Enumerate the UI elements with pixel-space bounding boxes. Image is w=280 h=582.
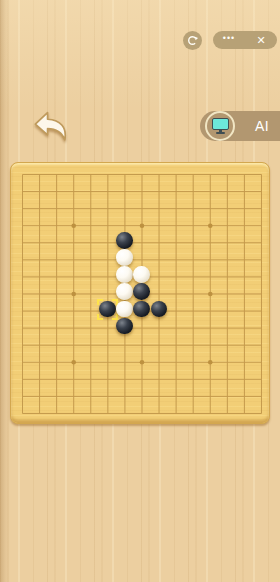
- more-icon: •••: [223, 34, 235, 43]
- stone-white: [133, 266, 150, 283]
- last-move-marker: [97, 299, 118, 320]
- app-screen: ••• ✕ AI: [0, 0, 280, 582]
- stone-white: [116, 283, 133, 300]
- ai-toggle[interactable]: AI: [200, 111, 280, 141]
- game-board[interactable]: [10, 162, 270, 424]
- stone-black: [116, 232, 133, 249]
- stone-white: [116, 249, 133, 266]
- stones-layer: [11, 163, 269, 423]
- ai-label: AI: [255, 111, 269, 141]
- restart-button[interactable]: [183, 31, 202, 50]
- ai-monitor-icon: [205, 111, 235, 141]
- stone-black: [133, 301, 150, 318]
- stone-black: [116, 318, 133, 335]
- stone-white: [116, 266, 133, 283]
- close-icon: ✕: [256, 35, 265, 46]
- back-arrow-icon: [32, 109, 72, 145]
- stone-black: [133, 283, 150, 300]
- more-button[interactable]: •••: [213, 31, 245, 49]
- stone-white: [116, 301, 133, 318]
- window-controls-capsule: ••• ✕: [213, 31, 277, 49]
- restart-icon: [186, 34, 199, 47]
- stone-black: [151, 301, 168, 318]
- back-button[interactable]: [31, 108, 73, 148]
- close-button[interactable]: ✕: [245, 31, 277, 49]
- stone-black: [99, 301, 116, 318]
